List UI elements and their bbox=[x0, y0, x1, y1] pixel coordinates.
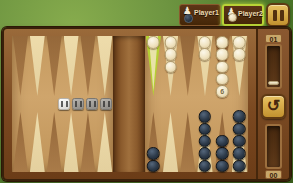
right-board-half: 6 bbox=[145, 36, 248, 172]
black-checker[interactable] bbox=[233, 123, 246, 136]
triangle bbox=[81, 112, 96, 172]
triangle bbox=[64, 36, 79, 96]
black-checker[interactable] bbox=[199, 160, 212, 173]
triangle bbox=[47, 112, 62, 172]
point-11[interactable] bbox=[29, 112, 46, 172]
white-checker[interactable] bbox=[199, 36, 212, 49]
point-13[interactable] bbox=[12, 36, 29, 96]
point-2[interactable] bbox=[214, 112, 231, 172]
white-checker[interactable] bbox=[199, 48, 212, 61]
top-left-points bbox=[12, 36, 113, 96]
player2-name: Player2 bbox=[238, 10, 263, 17]
side-rail: 01 ↺ 00 bbox=[256, 29, 289, 179]
point-22[interactable] bbox=[196, 36, 213, 96]
point-4[interactable] bbox=[179, 112, 196, 172]
white-checker[interactable]: 6 bbox=[216, 85, 229, 98]
triangle bbox=[163, 112, 178, 172]
black-checker[interactable] bbox=[216, 160, 229, 173]
backgammon-app: ♟ Player1 ♟ Player2 6 01 ↺ 00 bbox=[0, 0, 293, 183]
bottom-right-points bbox=[145, 112, 248, 172]
borne-off-checker bbox=[268, 81, 279, 85]
left-board-half bbox=[12, 36, 113, 172]
player1-name: Player1 bbox=[194, 9, 219, 16]
triangle bbox=[97, 112, 112, 172]
point-24[interactable] bbox=[231, 36, 248, 96]
black-checker[interactable] bbox=[233, 147, 246, 160]
triangle bbox=[180, 36, 195, 96]
point-14[interactable] bbox=[29, 36, 46, 96]
white-checker[interactable] bbox=[233, 48, 246, 61]
black-borne-off-count: 00 bbox=[265, 170, 282, 179]
triangle bbox=[30, 112, 45, 172]
white-checker[interactable] bbox=[147, 36, 160, 49]
point-1[interactable] bbox=[231, 112, 248, 172]
pause-icon bbox=[273, 10, 284, 21]
point-20[interactable] bbox=[162, 36, 179, 96]
undo-button[interactable]: ↺ bbox=[261, 94, 286, 119]
point-15[interactable] bbox=[46, 36, 63, 96]
triangle bbox=[64, 112, 79, 172]
white-checker[interactable] bbox=[164, 36, 177, 49]
player1-panel: ♟ Player1 bbox=[179, 4, 221, 26]
white-bear-off-tray bbox=[265, 44, 282, 89]
point-21[interactable] bbox=[179, 36, 196, 96]
white-checker[interactable] bbox=[216, 73, 229, 86]
point-12[interactable] bbox=[12, 112, 29, 172]
point-9[interactable] bbox=[63, 112, 80, 172]
white-borne-off-count: 01 bbox=[265, 34, 282, 43]
backgammon-board: 6 01 ↺ 00 bbox=[2, 27, 291, 181]
black-checker[interactable] bbox=[199, 147, 212, 160]
point-23[interactable]: 6 bbox=[214, 36, 231, 96]
white-checker[interactable] bbox=[216, 61, 229, 74]
black-checker[interactable] bbox=[147, 160, 160, 173]
undo-icon: ↺ bbox=[267, 98, 280, 114]
point-6[interactable] bbox=[145, 112, 162, 172]
point-8[interactable] bbox=[80, 112, 97, 172]
white-checker[interactable] bbox=[164, 48, 177, 61]
top-right-points: 6 bbox=[145, 36, 248, 96]
black-checker[interactable] bbox=[233, 160, 246, 173]
point-3[interactable] bbox=[196, 112, 213, 172]
white-checker[interactable] bbox=[233, 36, 246, 49]
point-18[interactable] bbox=[96, 36, 113, 96]
die-4-value-6[interactable] bbox=[100, 98, 112, 110]
black-checker[interactable] bbox=[216, 135, 229, 148]
triangle bbox=[180, 112, 195, 172]
triangle bbox=[30, 36, 45, 96]
die-3-value-6[interactable] bbox=[86, 98, 98, 110]
black-checker[interactable] bbox=[147, 147, 160, 160]
die-1-value-6[interactable] bbox=[58, 98, 70, 110]
triangle bbox=[13, 36, 28, 96]
player2-checker-swatch bbox=[228, 13, 237, 22]
black-checker[interactable] bbox=[199, 110, 212, 123]
black-checker[interactable] bbox=[233, 110, 246, 123]
triangle bbox=[47, 36, 62, 96]
point-7[interactable] bbox=[96, 112, 113, 172]
bottom-left-points bbox=[12, 112, 113, 172]
pause-button[interactable] bbox=[266, 3, 290, 27]
player2-panel: ♟ Player2 bbox=[222, 4, 264, 26]
point-10[interactable] bbox=[46, 112, 63, 172]
white-checker[interactable] bbox=[216, 36, 229, 49]
black-checker[interactable] bbox=[233, 135, 246, 148]
player1-checker-swatch bbox=[184, 14, 193, 23]
center-bar bbox=[113, 36, 144, 172]
triangle bbox=[13, 112, 28, 172]
black-bear-off-tray bbox=[265, 124, 282, 169]
black-checker[interactable] bbox=[216, 147, 229, 160]
die-2-value-6[interactable] bbox=[72, 98, 84, 110]
point-16[interactable] bbox=[63, 36, 80, 96]
white-checker[interactable] bbox=[164, 61, 177, 74]
dice-tray bbox=[58, 98, 112, 110]
white-checker[interactable] bbox=[216, 48, 229, 61]
point-19[interactable] bbox=[145, 36, 162, 96]
point-17[interactable] bbox=[80, 36, 97, 96]
black-checker[interactable] bbox=[199, 135, 212, 148]
point-5[interactable] bbox=[162, 112, 179, 172]
triangle bbox=[81, 36, 96, 96]
triangle bbox=[97, 36, 112, 96]
black-checker[interactable] bbox=[199, 123, 212, 136]
